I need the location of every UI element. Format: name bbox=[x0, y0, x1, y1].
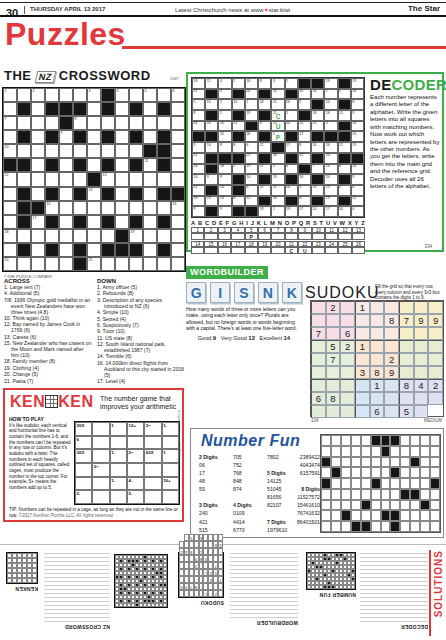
decoder-cell[interactable]: 8 bbox=[298, 142, 311, 153]
sudoku-cell[interactable] bbox=[384, 392, 399, 405]
sudoku-cell[interactable]: 7 bbox=[326, 353, 341, 366]
sudoku-cell[interactable]: 4 bbox=[414, 379, 429, 392]
decoder-cell[interactable]: 6 bbox=[245, 142, 258, 153]
kenken-cell[interactable] bbox=[110, 436, 127, 450]
crossword-cell[interactable]: 17 bbox=[31, 215, 45, 229]
number-fun-cell[interactable] bbox=[381, 467, 391, 478]
kenken-cell[interactable]: 3÷ bbox=[144, 422, 161, 436]
decoder-cell[interactable]: 21C bbox=[271, 110, 284, 121]
strip-answer-box[interactable] bbox=[338, 247, 351, 254]
decoder-cell[interactable]: 19 bbox=[351, 142, 364, 153]
kenken-cell[interactable]: 10+ bbox=[162, 477, 179, 491]
decoder-cell[interactable]: 12 bbox=[298, 131, 311, 142]
decoder-cell[interactable]: 16 bbox=[232, 99, 245, 110]
sudoku-cell[interactable] bbox=[311, 379, 326, 392]
kenken-cell[interactable] bbox=[92, 436, 109, 450]
sudoku-cell[interactable]: 2 bbox=[326, 301, 341, 314]
decoder-cell[interactable]: 10 bbox=[192, 174, 205, 185]
decoder-cell[interactable]: 10 bbox=[324, 99, 337, 110]
crossword-cell[interactable]: 20 bbox=[3, 257, 17, 271]
decoder-cell[interactable]: 12 bbox=[338, 142, 351, 153]
decoder-cell[interactable]: 19 bbox=[245, 110, 258, 121]
decoder-cell[interactable]: 10 bbox=[351, 121, 364, 132]
decoder-cell[interactable]: 1 bbox=[245, 99, 258, 110]
sudoku-cell[interactable] bbox=[428, 366, 443, 379]
decoder-cell[interactable]: 4 bbox=[351, 206, 364, 217]
crossword-cell[interactable] bbox=[87, 130, 101, 144]
decoder-cell[interactable]: 22 bbox=[271, 185, 284, 196]
kenken-cell[interactable] bbox=[92, 449, 109, 463]
crossword-cell[interactable] bbox=[3, 243, 17, 257]
crossword-cell[interactable] bbox=[17, 88, 31, 102]
strip-answer-box[interactable] bbox=[271, 247, 284, 254]
crossword-cell[interactable] bbox=[59, 88, 73, 102]
kenken-grid[interactable]: 20X112+3÷1-636X1-2÷60X12÷1-4-10+2-5- bbox=[74, 421, 180, 505]
crossword-cell[interactable] bbox=[73, 172, 87, 186]
number-fun-cell[interactable] bbox=[341, 435, 351, 446]
number-fun-cell[interactable] bbox=[371, 510, 381, 521]
number-fun-cell[interactable] bbox=[321, 489, 331, 500]
crossword-cell[interactable] bbox=[3, 102, 17, 116]
decoder-grid[interactable]: 1811421683119192252015101615265152161182… bbox=[191, 77, 365, 218]
decoder-cell[interactable]: 8 bbox=[232, 142, 245, 153]
decoder-cell[interactable]: 22U bbox=[271, 121, 284, 132]
decoder-cell[interactable]: 26 bbox=[192, 121, 205, 132]
decoder-cell[interactable]: 20 bbox=[271, 196, 284, 207]
sudoku-cell[interactable] bbox=[340, 392, 355, 405]
crossword-cell[interactable]: 8 bbox=[73, 116, 87, 130]
sudoku-cell[interactable] bbox=[384, 327, 399, 340]
crossword-cell[interactable] bbox=[73, 144, 87, 158]
strip-answer-box[interactable] bbox=[191, 247, 204, 254]
crossword-cell[interactable] bbox=[143, 257, 157, 271]
number-fun-cell[interactable] bbox=[410, 446, 420, 457]
strip-answer-box[interactable] bbox=[218, 233, 231, 240]
number-fun-cell[interactable] bbox=[321, 435, 331, 446]
sudoku-cell[interactable] bbox=[326, 379, 341, 392]
sudoku-cell[interactable] bbox=[384, 340, 399, 353]
crossword-cell[interactable]: 10 bbox=[3, 144, 17, 158]
crossword-cell[interactable] bbox=[87, 102, 101, 116]
number-fun-cell[interactable] bbox=[361, 435, 371, 446]
kenken-cell[interactable]: 36X bbox=[75, 449, 92, 463]
kenken-cell[interactable] bbox=[92, 422, 109, 436]
decoder-cell[interactable]: 18 bbox=[218, 164, 231, 175]
sudoku-cell[interactable] bbox=[399, 392, 414, 405]
kenken-cell[interactable] bbox=[110, 463, 127, 477]
number-fun-cell[interactable] bbox=[430, 467, 440, 478]
sudoku-cell[interactable]: 8 bbox=[399, 379, 414, 392]
kenken-cell[interactable]: 1 bbox=[110, 422, 127, 436]
sudoku-cell[interactable] bbox=[428, 392, 443, 405]
decoder-cell[interactable]: 9 bbox=[205, 174, 218, 185]
strip-answer-box[interactable] bbox=[204, 233, 217, 240]
number-fun-cell[interactable] bbox=[371, 457, 381, 468]
decoder-cell[interactable]: 1 bbox=[324, 89, 337, 100]
decoder-cell[interactable]: 16 bbox=[285, 185, 298, 196]
crossword-cell[interactable]: 16 bbox=[171, 201, 185, 215]
sudoku-cell[interactable] bbox=[399, 340, 414, 353]
decoder-cell[interactable]: 9 bbox=[192, 206, 205, 217]
crossword-cell[interactable] bbox=[31, 130, 45, 144]
decoder-cell[interactable]: 18 bbox=[298, 174, 311, 185]
strip-answer-box[interactable] bbox=[218, 247, 231, 254]
number-fun-cell[interactable] bbox=[371, 489, 381, 500]
sudoku-cell[interactable] bbox=[340, 301, 355, 314]
number-fun-cell[interactable] bbox=[410, 521, 420, 532]
number-fun-cell[interactable] bbox=[430, 435, 440, 446]
strip-answer-box[interactable] bbox=[325, 233, 338, 240]
crossword-cell[interactable] bbox=[143, 215, 157, 229]
decoder-cell[interactable]: 9 bbox=[218, 174, 231, 185]
number-fun-cell[interactable] bbox=[321, 446, 331, 457]
crossword-cell[interactable] bbox=[157, 116, 171, 130]
sudoku-cell[interactable]: 3 bbox=[355, 366, 370, 379]
sudoku-cell[interactable] bbox=[326, 366, 341, 379]
decoder-cell[interactable]: 21 bbox=[311, 121, 324, 132]
crossword-cell[interactable] bbox=[171, 144, 185, 158]
crossword-cell[interactable] bbox=[143, 116, 157, 130]
number-fun-cell[interactable] bbox=[400, 500, 410, 511]
sudoku-cell[interactable]: 6 bbox=[370, 405, 385, 418]
number-fun-cell[interactable] bbox=[371, 446, 381, 457]
crossword-cell[interactable] bbox=[171, 158, 185, 172]
number-fun-cell[interactable] bbox=[400, 457, 410, 468]
sudoku-cell[interactable] bbox=[311, 340, 326, 353]
crossword-cell[interactable] bbox=[115, 257, 129, 271]
decoder-cell[interactable]: 10 bbox=[298, 89, 311, 100]
decoder-cell[interactable]: 5 bbox=[338, 89, 351, 100]
crossword-cell[interactable] bbox=[59, 158, 73, 172]
crossword-cell[interactable] bbox=[59, 187, 73, 201]
crossword-cell[interactable] bbox=[31, 102, 45, 116]
number-fun-cell[interactable] bbox=[390, 478, 400, 489]
number-fun-cell[interactable] bbox=[331, 500, 341, 511]
number-fun-cell[interactable] bbox=[430, 457, 440, 468]
decoder-cell[interactable]: 3 bbox=[324, 121, 337, 132]
crossword-cell[interactable] bbox=[73, 229, 87, 243]
decoder-cell[interactable]: 5P bbox=[271, 131, 284, 142]
crossword-cell[interactable] bbox=[3, 130, 17, 144]
crossword-cell[interactable] bbox=[31, 172, 45, 186]
crossword-cell[interactable] bbox=[45, 229, 59, 243]
number-fun-cell[interactable] bbox=[331, 510, 341, 521]
crossword-cell[interactable] bbox=[87, 229, 101, 243]
crossword-cell[interactable] bbox=[31, 243, 45, 257]
crossword-cell[interactable] bbox=[45, 144, 59, 158]
sudoku-cell[interactable] bbox=[384, 301, 399, 314]
strip-answer-box[interactable] bbox=[325, 247, 338, 254]
decoder-cell[interactable]: 16 bbox=[324, 164, 337, 175]
decoder-cell[interactable]: 19 bbox=[258, 206, 271, 217]
crossword-cell[interactable] bbox=[101, 229, 115, 243]
sudoku-cell[interactable] bbox=[311, 405, 326, 418]
strip-answer-box[interactable] bbox=[231, 233, 244, 240]
decoder-cell[interactable]: 7 bbox=[311, 164, 324, 175]
decoder-cell[interactable]: 2 bbox=[338, 185, 351, 196]
decoder-cell[interactable]: 17 bbox=[258, 164, 271, 175]
sudoku-cell[interactable]: 2 bbox=[340, 340, 355, 353]
sudoku-cell[interactable] bbox=[355, 327, 370, 340]
crossword-cell[interactable] bbox=[171, 243, 185, 257]
decoder-cell[interactable]: 3 bbox=[271, 78, 284, 89]
number-fun-cell[interactable] bbox=[341, 500, 351, 511]
crossword-cell[interactable] bbox=[157, 172, 171, 186]
number-fun-cell[interactable] bbox=[400, 467, 410, 478]
sudoku-cell[interactable] bbox=[370, 314, 385, 327]
crossword-cell[interactable] bbox=[171, 102, 185, 116]
strip-answer-box[interactable]: C bbox=[285, 247, 298, 254]
decoder-cell[interactable]: 10 bbox=[311, 185, 324, 196]
kenken-cell[interactable]: 20X bbox=[75, 422, 92, 436]
number-fun-cell[interactable] bbox=[341, 467, 351, 478]
number-fun-cell[interactable] bbox=[351, 446, 361, 457]
sudoku-cell[interactable] bbox=[414, 392, 429, 405]
decoder-cell[interactable]: 24 bbox=[271, 153, 284, 164]
sudoku-cell[interactable] bbox=[384, 405, 399, 418]
strip-answer-box[interactable]: P bbox=[245, 233, 258, 240]
sudoku-cell[interactable] bbox=[428, 353, 443, 366]
decoder-cell[interactable]: 22 bbox=[298, 121, 311, 132]
crossword-cell[interactable]: 13 bbox=[101, 172, 115, 186]
number-fun-cell[interactable] bbox=[341, 446, 351, 457]
crossword-cell[interactable]: 5 bbox=[143, 88, 157, 102]
sudoku-cell[interactable] bbox=[428, 327, 443, 340]
strip-answer-box[interactable] bbox=[285, 233, 298, 240]
crossword-cell[interactable] bbox=[129, 201, 143, 215]
decoder-strip-14-26-answers[interactable]: CU bbox=[191, 247, 365, 254]
number-fun-cell[interactable] bbox=[321, 510, 331, 521]
decoder-cell[interactable]: 12 bbox=[192, 185, 205, 196]
crossword-cell[interactable]: 12 bbox=[3, 172, 17, 186]
decoder-cell[interactable]: 9 bbox=[218, 206, 231, 217]
decoder-cell[interactable]: 22 bbox=[192, 89, 205, 100]
sudoku-cell[interactable] bbox=[355, 379, 370, 392]
decoder-cell[interactable]: 8 bbox=[258, 121, 271, 132]
crossword-cell[interactable] bbox=[17, 116, 31, 130]
decoder-cell[interactable]: 16 bbox=[218, 121, 231, 132]
crossword-cell[interactable] bbox=[31, 116, 45, 130]
sudoku-cell[interactable] bbox=[355, 405, 370, 418]
kenken-cell[interactable] bbox=[144, 490, 161, 504]
sudoku-cell[interactable] bbox=[370, 327, 385, 340]
crossword-cell[interactable] bbox=[31, 229, 45, 243]
crossword-cell[interactable] bbox=[157, 257, 171, 271]
decoder-cell[interactable]: 19 bbox=[205, 196, 218, 207]
crossword-cell[interactable] bbox=[129, 144, 143, 158]
decoder-cell[interactable]: 21 bbox=[271, 99, 284, 110]
number-fun-cell[interactable] bbox=[351, 500, 361, 511]
kenken-cell[interactable]: 1- bbox=[110, 477, 127, 491]
decoder-cell[interactable]: 15 bbox=[192, 153, 205, 164]
sudoku-cell[interactable] bbox=[311, 314, 326, 327]
crossword-cell[interactable] bbox=[87, 116, 101, 130]
sudoku-cell[interactable] bbox=[414, 405, 429, 418]
crossword-cell[interactable]: 3 bbox=[87, 88, 101, 102]
sudoku-cell[interactable]: 2 bbox=[428, 379, 443, 392]
crossword-cell[interactable] bbox=[31, 158, 45, 172]
number-fun-cell[interactable] bbox=[410, 500, 420, 511]
crossword-cell[interactable] bbox=[3, 187, 17, 201]
decoder-cell[interactable]: 2 bbox=[298, 99, 311, 110]
decoder-strip-1-13-answers[interactable]: P bbox=[191, 233, 365, 240]
decoder-cell[interactable]: 17 bbox=[324, 206, 337, 217]
sudoku-cell[interactable] bbox=[399, 353, 414, 366]
crossword-cell[interactable] bbox=[87, 215, 101, 229]
crossword-cell[interactable]: 11 bbox=[143, 158, 157, 172]
decoder-cell[interactable]: 10 bbox=[205, 121, 218, 132]
decoder-cell[interactable]: 9 bbox=[351, 110, 364, 121]
sudoku-cell[interactable]: 2 bbox=[384, 353, 399, 366]
sudoku-cell[interactable] bbox=[311, 301, 326, 314]
sudoku-cell[interactable] bbox=[326, 314, 341, 327]
number-fun-cell[interactable] bbox=[400, 446, 410, 457]
sudoku-cell[interactable] bbox=[340, 314, 355, 327]
strip-answer-box[interactable] bbox=[352, 247, 365, 254]
crossword-cell[interactable]: 9 bbox=[59, 130, 73, 144]
decoder-cell[interactable]: 4 bbox=[285, 164, 298, 175]
sudoku-cell[interactable]: 1 bbox=[370, 379, 385, 392]
number-fun-cell[interactable] bbox=[430, 510, 440, 521]
decoder-cell[interactable]: 9 bbox=[351, 174, 364, 185]
crossword-cell[interactable] bbox=[17, 257, 31, 271]
sudoku-cell[interactable]: 9 bbox=[428, 314, 443, 327]
crossword-cell[interactable] bbox=[87, 144, 101, 158]
decoder-cell[interactable]: 18 bbox=[258, 99, 271, 110]
sudoku-cell[interactable] bbox=[414, 340, 429, 353]
number-fun-cell[interactable] bbox=[351, 510, 361, 521]
crossword-cell[interactable] bbox=[115, 187, 129, 201]
kenken-cell[interactable]: 60X bbox=[144, 449, 161, 463]
strip-answer-box[interactable] bbox=[245, 247, 258, 254]
sudoku-cell[interactable] bbox=[370, 301, 385, 314]
decoder-cell[interactable]: 5 bbox=[218, 89, 231, 100]
number-fun-cell[interactable] bbox=[410, 478, 420, 489]
number-fun-cell[interactable] bbox=[341, 457, 351, 468]
sudoku-cell[interactable] bbox=[414, 301, 429, 314]
crossword-cell[interactable] bbox=[59, 229, 73, 243]
crossword-cell[interactable] bbox=[31, 144, 45, 158]
kenken-cell[interactable] bbox=[127, 436, 144, 450]
number-fun-cell[interactable] bbox=[420, 435, 430, 446]
number-fun-cell[interactable] bbox=[381, 457, 391, 468]
crossword-cell[interactable] bbox=[143, 201, 157, 215]
crossword-cell[interactable]: 15 bbox=[45, 201, 59, 215]
decoder-cell[interactable]: 2 bbox=[218, 99, 231, 110]
decoder-cell[interactable]: 12 bbox=[298, 153, 311, 164]
crossword-cell[interactable] bbox=[87, 158, 101, 172]
strip-answer-box[interactable] bbox=[312, 247, 325, 254]
crossword-cell[interactable] bbox=[157, 88, 171, 102]
sudoku-cell[interactable]: 7 bbox=[399, 314, 414, 327]
crossword-cell[interactable] bbox=[115, 158, 129, 172]
sudoku-cell[interactable] bbox=[355, 314, 370, 327]
crossword-cell[interactable] bbox=[17, 172, 31, 186]
number-fun-grid[interactable] bbox=[320, 434, 441, 533]
crossword-cell[interactable]: 21 bbox=[87, 257, 101, 271]
number-fun-cell[interactable] bbox=[420, 521, 430, 532]
crossword-cell[interactable] bbox=[59, 201, 73, 215]
decoder-cell[interactable]: 12 bbox=[258, 185, 271, 196]
crossword-cell[interactable] bbox=[17, 229, 31, 243]
sudoku-cell[interactable]: 7 bbox=[311, 327, 326, 340]
sudoku-cell[interactable]: 9 bbox=[414, 314, 429, 327]
number-fun-cell[interactable] bbox=[371, 521, 381, 532]
kenken-cell[interactable]: 1- bbox=[110, 449, 127, 463]
decoder-cell[interactable]: 8 bbox=[232, 196, 245, 207]
sudoku-cell[interactable] bbox=[311, 353, 326, 366]
sudoku-cell[interactable] bbox=[370, 353, 385, 366]
strip-answer-box[interactable] bbox=[204, 247, 217, 254]
strip-answer-box[interactable] bbox=[191, 233, 204, 240]
crossword-cell[interactable]: 6 bbox=[171, 88, 185, 102]
crossword-cell[interactable] bbox=[87, 201, 101, 215]
decoder-cell[interactable]: 19 bbox=[324, 196, 337, 207]
decoder-cell[interactable]: 20 bbox=[218, 131, 231, 142]
number-fun-cell[interactable] bbox=[361, 457, 371, 468]
decoder-cell[interactable]: 8 bbox=[351, 99, 364, 110]
strip-answer-box[interactable] bbox=[352, 233, 365, 240]
crossword-cell[interactable] bbox=[45, 88, 59, 102]
kenken-cell[interactable]: 2÷ bbox=[127, 449, 144, 463]
number-fun-cell[interactable] bbox=[341, 521, 351, 532]
crossword-cell[interactable] bbox=[143, 229, 157, 243]
decoder-cell[interactable]: 18 bbox=[192, 196, 205, 207]
number-fun-cell[interactable] bbox=[420, 510, 430, 521]
sudoku-cell[interactable] bbox=[370, 392, 385, 405]
number-fun-cell[interactable] bbox=[410, 435, 420, 446]
sudoku-cell[interactable]: 6 bbox=[311, 392, 326, 405]
crossword-cell[interactable] bbox=[171, 130, 185, 144]
crossword-cell[interactable] bbox=[129, 88, 143, 102]
crossword-cell[interactable]: 1 bbox=[3, 88, 17, 102]
crossword-cell[interactable] bbox=[115, 102, 129, 116]
number-fun-cell[interactable] bbox=[341, 489, 351, 500]
kenken-cell[interactable]: 4- bbox=[127, 477, 144, 491]
decoder-cell[interactable]: 8 bbox=[338, 164, 351, 175]
decoder-cell[interactable]: 10 bbox=[311, 206, 324, 217]
number-fun-cell[interactable] bbox=[390, 500, 400, 511]
strip-answer-box[interactable] bbox=[258, 233, 271, 240]
crossword-cell[interactable] bbox=[143, 172, 157, 186]
decoder-cell[interactable]: 16 bbox=[285, 99, 298, 110]
crossword-cell[interactable] bbox=[157, 201, 171, 215]
number-fun-cell[interactable] bbox=[371, 500, 381, 511]
crossword-cell[interactable] bbox=[171, 229, 185, 243]
decoder-cell[interactable]: 10 bbox=[205, 142, 218, 153]
decoder-cell[interactable]: 2 bbox=[271, 164, 284, 175]
decoder-cell[interactable]: 11 bbox=[205, 78, 218, 89]
number-fun-cell[interactable] bbox=[361, 446, 371, 457]
crossword-cell[interactable] bbox=[129, 172, 143, 186]
sudoku-cell[interactable]: 1 bbox=[355, 340, 370, 353]
decoder-cell[interactable]: 19 bbox=[271, 174, 284, 185]
number-fun-cell[interactable] bbox=[331, 478, 341, 489]
decoder-cell[interactable]: 12 bbox=[232, 121, 245, 132]
sudoku-cell[interactable] bbox=[414, 327, 429, 340]
number-fun-cell[interactable] bbox=[321, 500, 331, 511]
number-fun-cell[interactable] bbox=[361, 467, 371, 478]
strip-answer-box[interactable] bbox=[312, 233, 325, 240]
crossword-cell[interactable] bbox=[171, 215, 185, 229]
crossword-cell[interactable] bbox=[59, 243, 73, 257]
kenken-cell[interactable] bbox=[75, 477, 92, 491]
crossword-cell[interactable] bbox=[3, 215, 17, 229]
crossword-cell[interactable] bbox=[157, 229, 171, 243]
number-fun-cell[interactable] bbox=[410, 467, 420, 478]
sudoku-cell[interactable] bbox=[340, 353, 355, 366]
number-fun-cell[interactable] bbox=[331, 457, 341, 468]
